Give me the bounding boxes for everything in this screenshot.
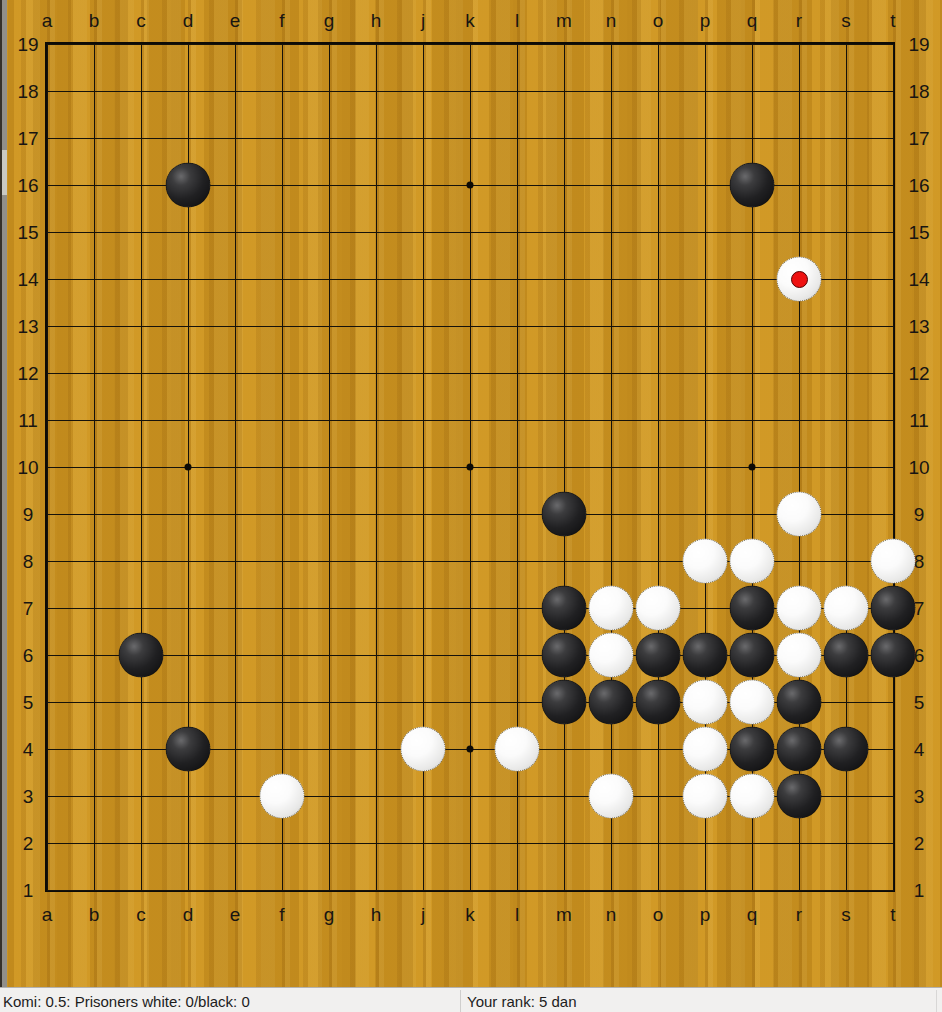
column-label-top: e (230, 11, 241, 30)
row-label-right: 15 (908, 223, 929, 242)
white-stone (401, 727, 446, 772)
white-stone (683, 774, 728, 819)
black-stone (166, 163, 211, 208)
row-label-right: 9 (914, 505, 925, 524)
white-stone (730, 680, 775, 725)
black-stone (730, 727, 775, 772)
black-stone (824, 633, 869, 678)
black-stone (730, 633, 775, 678)
row-label-left: 13 (17, 317, 38, 336)
star-point (467, 746, 474, 753)
white-stone (730, 774, 775, 819)
column-label-top: h (371, 11, 382, 30)
row-label-left: 2 (23, 834, 34, 853)
black-stone (166, 727, 211, 772)
row-label-left: 9 (23, 505, 34, 524)
star-point (185, 464, 192, 471)
column-label-top: l (515, 11, 519, 30)
column-label-bottom: o (653, 905, 664, 924)
black-stone (777, 680, 822, 725)
column-label-bottom: e (230, 905, 241, 924)
black-stone (119, 633, 164, 678)
white-stone (495, 727, 540, 772)
row-label-left: 19 (17, 35, 38, 54)
black-stone (636, 633, 681, 678)
column-label-bottom: c (136, 905, 146, 924)
white-stone (871, 539, 916, 584)
row-label-right: 2 (914, 834, 925, 853)
black-stone (824, 727, 869, 772)
column-label-top: c (136, 11, 146, 30)
black-stone (683, 633, 728, 678)
column-label-bottom: f (279, 905, 284, 924)
row-label-right: 4 (914, 740, 925, 759)
row-label-left: 11 (18, 411, 38, 430)
column-label-bottom: q (747, 905, 758, 924)
white-stone (777, 586, 822, 631)
column-label-bottom: l (515, 905, 519, 924)
row-label-left: 6 (23, 646, 34, 665)
column-label-top: a (42, 11, 53, 30)
window-edge-glint (2, 150, 7, 195)
column-label-bottom: t (890, 905, 895, 924)
row-label-left: 15 (17, 223, 38, 242)
column-label-bottom: n (606, 905, 617, 924)
column-label-top: q (747, 11, 758, 30)
status-bar: Komi: 0.5: Prisoners white: 0/black: 0 Y… (0, 987, 942, 1012)
row-label-left: 1 (23, 881, 34, 900)
white-stone (589, 586, 634, 631)
white-stone (683, 680, 728, 725)
star-point (467, 464, 474, 471)
column-label-top: r (796, 11, 802, 30)
column-label-top: n (606, 11, 617, 30)
row-label-left: 7 (23, 599, 34, 618)
row-label-left: 18 (17, 82, 38, 101)
column-label-top: t (890, 11, 895, 30)
column-label-bottom: b (89, 905, 100, 924)
column-label-top: b (89, 11, 100, 30)
white-stone (683, 727, 728, 772)
column-label-bottom: j (421, 905, 425, 924)
black-stone (542, 586, 587, 631)
black-stone (542, 680, 587, 725)
star-point (467, 182, 474, 189)
row-label-left: 16 (17, 176, 38, 195)
white-stone (777, 633, 822, 678)
black-stone (636, 680, 681, 725)
black-stone (871, 586, 916, 631)
column-label-top: s (841, 11, 851, 30)
column-label-bottom: s (841, 905, 851, 924)
row-label-right: 11 (909, 411, 929, 430)
black-stone (730, 163, 775, 208)
status-komi-prisoners: Komi: 0.5: Prisoners white: 0/black: 0 (3, 993, 250, 1010)
white-stone (636, 586, 681, 631)
column-label-top: p (700, 11, 711, 30)
row-label-right: 17 (908, 129, 929, 148)
white-stone (824, 586, 869, 631)
column-label-bottom: r (796, 905, 802, 924)
column-label-bottom: a (42, 905, 53, 924)
go-board[interactable]: aabbccddeeffgghhjjkkllmmnnooppqqrrsstt19… (0, 0, 942, 987)
column-label-bottom: g (324, 905, 335, 924)
white-stone (589, 633, 634, 678)
black-stone (777, 727, 822, 772)
black-stone (871, 633, 916, 678)
column-label-top: g (324, 11, 335, 30)
white-stone (730, 539, 775, 584)
row-label-right: 14 (908, 270, 929, 289)
row-label-right: 19 (908, 35, 929, 54)
row-label-left: 10 (17, 458, 38, 477)
row-label-left: 4 (23, 740, 34, 759)
column-label-bottom: m (556, 905, 572, 924)
column-label-bottom: d (183, 905, 194, 924)
black-stone (589, 680, 634, 725)
column-label-top: j (421, 11, 425, 30)
star-point (749, 464, 756, 471)
column-label-top: k (465, 11, 475, 30)
white-stone (260, 774, 305, 819)
black-stone (730, 586, 775, 631)
window-edge (0, 0, 7, 987)
white-stone (589, 774, 634, 819)
row-label-right: 1 (914, 881, 925, 900)
row-label-right: 10 (908, 458, 929, 477)
column-label-bottom: h (371, 905, 382, 924)
column-label-top: m (556, 11, 572, 30)
row-label-left: 8 (23, 552, 34, 571)
status-divider (460, 990, 461, 1012)
column-label-bottom: k (465, 905, 475, 924)
row-label-left: 3 (23, 787, 34, 806)
white-stone (777, 257, 822, 302)
row-label-left: 14 (17, 270, 38, 289)
column-label-top: f (279, 11, 284, 30)
column-label-top: d (183, 11, 194, 30)
column-label-bottom: p (700, 905, 711, 924)
row-label-right: 16 (908, 176, 929, 195)
column-label-top: o (653, 11, 664, 30)
row-label-right: 12 (908, 364, 929, 383)
white-stone (683, 539, 728, 584)
row-label-right: 5 (914, 693, 925, 712)
row-label-right: 3 (914, 787, 925, 806)
row-label-right: 18 (908, 82, 929, 101)
black-stone (777, 774, 822, 819)
row-label-left: 5 (23, 693, 34, 712)
status-rank: Your rank: 5 dan (467, 993, 577, 1010)
black-stone (542, 633, 587, 678)
row-label-right: 13 (908, 317, 929, 336)
row-label-left: 12 (17, 364, 38, 383)
black-stone (542, 492, 587, 537)
white-stone (777, 492, 822, 537)
status-divider-right (936, 990, 937, 1012)
row-label-left: 17 (17, 129, 38, 148)
last-move-marker (791, 271, 808, 288)
